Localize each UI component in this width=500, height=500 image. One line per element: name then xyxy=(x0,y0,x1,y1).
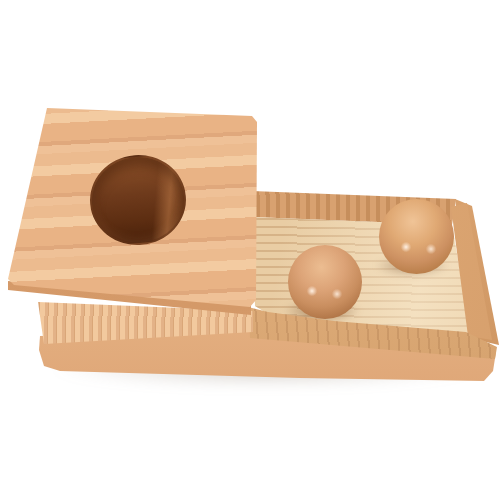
wooden-ball-right xyxy=(379,199,454,274)
wooden-ball-left xyxy=(288,245,362,319)
product-photo: Natural wood Montessori object permanenc… xyxy=(0,0,500,500)
